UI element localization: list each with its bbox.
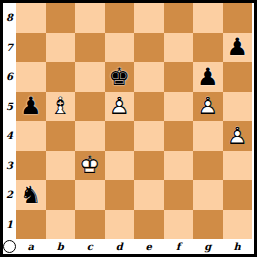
square-a6[interactable] xyxy=(16,62,46,92)
rank-label-4: 4 xyxy=(3,121,16,151)
chess-board: ♟♚♟♟♝♗♟♙♟♙♟♙♚♔♞ xyxy=(16,3,252,239)
square-c3[interactable]: ♚♔ xyxy=(75,151,105,181)
square-d1[interactable] xyxy=(105,210,135,240)
square-h1[interactable] xyxy=(223,210,253,240)
square-b3[interactable] xyxy=(46,151,76,181)
square-g2[interactable] xyxy=(193,180,223,210)
square-a7[interactable] xyxy=(16,33,46,63)
square-g6[interactable]: ♟ xyxy=(193,62,223,92)
square-d8[interactable] xyxy=(105,3,135,33)
square-g7[interactable] xyxy=(193,33,223,63)
square-a1[interactable] xyxy=(16,210,46,240)
square-g4[interactable] xyxy=(193,121,223,151)
white-pawn: ♟♙ xyxy=(226,124,248,148)
square-g8[interactable] xyxy=(193,3,223,33)
square-g3[interactable] xyxy=(193,151,223,181)
square-b7[interactable] xyxy=(46,33,76,63)
square-h5[interactable] xyxy=(223,92,253,122)
square-d4[interactable] xyxy=(105,121,135,151)
file-label-d: d xyxy=(105,239,135,254)
black-pawn: ♟ xyxy=(226,35,248,59)
white-pawn: ♟♙ xyxy=(108,94,130,118)
square-e6[interactable] xyxy=(134,62,164,92)
file-label-a: a xyxy=(16,239,46,254)
white-king: ♚♔ xyxy=(79,153,101,177)
square-e5[interactable] xyxy=(134,92,164,122)
square-f4[interactable] xyxy=(164,121,194,151)
square-a3[interactable] xyxy=(16,151,46,181)
square-f3[interactable] xyxy=(164,151,194,181)
square-a4[interactable] xyxy=(16,121,46,151)
black-pawn: ♟ xyxy=(20,94,42,118)
square-h3[interactable] xyxy=(223,151,253,181)
square-e8[interactable] xyxy=(134,3,164,33)
file-label-c: c xyxy=(75,239,105,254)
square-b2[interactable] xyxy=(46,180,76,210)
square-f6[interactable] xyxy=(164,62,194,92)
square-c7[interactable] xyxy=(75,33,105,63)
square-g1[interactable] xyxy=(193,210,223,240)
square-h6[interactable] xyxy=(223,62,253,92)
file-label-b: b xyxy=(46,239,76,254)
file-label-g: g xyxy=(193,239,223,254)
square-f5[interactable] xyxy=(164,92,194,122)
rank-label-2: 2 xyxy=(3,180,16,210)
square-d6[interactable]: ♚ xyxy=(105,62,135,92)
square-a8[interactable] xyxy=(16,3,46,33)
rank-label-5: 5 xyxy=(3,92,16,122)
square-h7[interactable]: ♟ xyxy=(223,33,253,63)
square-f2[interactable] xyxy=(164,180,194,210)
file-labels: abcdefgh xyxy=(16,239,252,254)
square-b6[interactable] xyxy=(46,62,76,92)
square-f7[interactable] xyxy=(164,33,194,63)
white-bishop: ♝♗ xyxy=(49,94,71,118)
rank-label-3: 3 xyxy=(3,151,16,181)
square-b5[interactable]: ♝♗ xyxy=(46,92,76,122)
square-e2[interactable] xyxy=(134,180,164,210)
square-c6[interactable] xyxy=(75,62,105,92)
square-d7[interactable] xyxy=(105,33,135,63)
square-e3[interactable] xyxy=(134,151,164,181)
square-g5[interactable]: ♟♙ xyxy=(193,92,223,122)
chess-diagram: 87654321 ♟♚♟♟♝♗♟♙♟♙♟♙♚♔♞ abcdefgh xyxy=(0,0,257,257)
square-c2[interactable] xyxy=(75,180,105,210)
white-to-move-indicator-icon xyxy=(3,240,16,253)
black-knight: ♞ xyxy=(20,183,42,207)
file-label-f: f xyxy=(164,239,194,254)
square-d2[interactable] xyxy=(105,180,135,210)
rank-label-6: 6 xyxy=(3,62,16,92)
square-c1[interactable] xyxy=(75,210,105,240)
rank-labels: 87654321 xyxy=(3,3,16,239)
black-king: ♚ xyxy=(108,65,130,89)
square-b4[interactable] xyxy=(46,121,76,151)
rank-label-8: 8 xyxy=(3,3,16,33)
square-a5[interactable]: ♟ xyxy=(16,92,46,122)
rank-label-7: 7 xyxy=(3,33,16,63)
turn-indicator-area xyxy=(3,239,16,254)
black-pawn: ♟ xyxy=(197,65,219,89)
square-h4[interactable]: ♟♙ xyxy=(223,121,253,151)
square-h8[interactable] xyxy=(223,3,253,33)
square-e4[interactable] xyxy=(134,121,164,151)
file-label-e: e xyxy=(134,239,164,254)
square-d3[interactable] xyxy=(105,151,135,181)
square-f8[interactable] xyxy=(164,3,194,33)
square-c8[interactable] xyxy=(75,3,105,33)
square-a2[interactable]: ♞ xyxy=(16,180,46,210)
square-c5[interactable] xyxy=(75,92,105,122)
square-c4[interactable] xyxy=(75,121,105,151)
file-label-h: h xyxy=(223,239,253,254)
square-b1[interactable] xyxy=(46,210,76,240)
square-b8[interactable] xyxy=(46,3,76,33)
square-e1[interactable] xyxy=(134,210,164,240)
rank-label-1: 1 xyxy=(3,210,16,240)
square-e7[interactable] xyxy=(134,33,164,63)
square-f1[interactable] xyxy=(164,210,194,240)
square-h2[interactable] xyxy=(223,180,253,210)
white-pawn: ♟♙ xyxy=(197,94,219,118)
square-d5[interactable]: ♟♙ xyxy=(105,92,135,122)
